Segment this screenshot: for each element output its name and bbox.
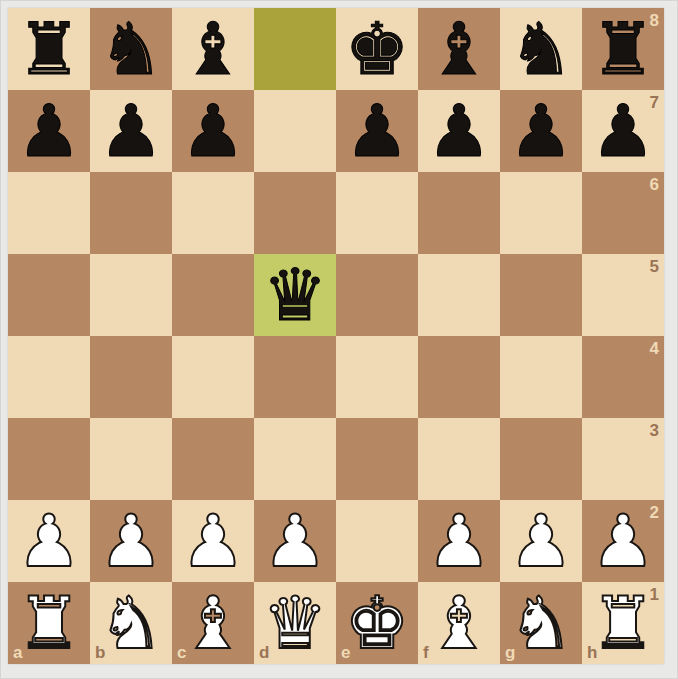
square-e8[interactable]: ♚ xyxy=(336,8,418,90)
square-a6[interactable] xyxy=(8,172,90,254)
piece-black-pawn[interactable]: ♟ xyxy=(99,90,164,172)
rank-label-4: 4 xyxy=(650,340,659,357)
square-c2[interactable]: ♟ xyxy=(172,500,254,582)
piece-black-pawn[interactable]: ♟ xyxy=(509,90,574,172)
rank-label-6: 6 xyxy=(650,176,659,193)
square-a1[interactable]: ♜a xyxy=(8,582,90,664)
square-c1[interactable]: ♝c xyxy=(172,582,254,664)
square-c6[interactable] xyxy=(172,172,254,254)
square-h7[interactable]: ♟7 xyxy=(582,90,664,172)
piece-black-pawn[interactable]: ♟ xyxy=(591,90,656,172)
piece-white-bishop[interactable]: ♝ xyxy=(427,582,492,664)
square-a3[interactable] xyxy=(8,418,90,500)
square-c5[interactable] xyxy=(172,254,254,336)
piece-white-knight[interactable]: ♞ xyxy=(509,582,574,664)
square-d7[interactable] xyxy=(254,90,336,172)
square-h8[interactable]: ♜8 xyxy=(582,8,664,90)
square-d4[interactable] xyxy=(254,336,336,418)
piece-white-queen[interactable]: ♛ xyxy=(263,582,328,664)
square-f8[interactable]: ♝ xyxy=(418,8,500,90)
square-b7[interactable]: ♟ xyxy=(90,90,172,172)
piece-white-rook[interactable]: ♜ xyxy=(591,582,656,664)
square-b2[interactable]: ♟ xyxy=(90,500,172,582)
square-e3[interactable] xyxy=(336,418,418,500)
square-f5[interactable] xyxy=(418,254,500,336)
square-g6[interactable] xyxy=(500,172,582,254)
square-e1[interactable]: ♚e xyxy=(336,582,418,664)
square-f1[interactable]: ♝f xyxy=(418,582,500,664)
square-f7[interactable]: ♟ xyxy=(418,90,500,172)
square-d1[interactable]: ♛d xyxy=(254,582,336,664)
square-b4[interactable] xyxy=(90,336,172,418)
square-b3[interactable] xyxy=(90,418,172,500)
square-c8[interactable]: ♝ xyxy=(172,8,254,90)
square-g3[interactable] xyxy=(500,418,582,500)
piece-white-pawn[interactable]: ♟ xyxy=(509,500,574,582)
piece-black-bishop[interactable]: ♝ xyxy=(427,8,492,90)
square-f4[interactable] xyxy=(418,336,500,418)
square-c3[interactable] xyxy=(172,418,254,500)
square-e2[interactable] xyxy=(336,500,418,582)
square-d5[interactable]: ♛ xyxy=(254,254,336,336)
square-b8[interactable]: ♞ xyxy=(90,8,172,90)
piece-black-pawn[interactable]: ♟ xyxy=(17,90,82,172)
piece-black-bishop[interactable]: ♝ xyxy=(181,8,246,90)
square-f3[interactable] xyxy=(418,418,500,500)
square-g7[interactable]: ♟ xyxy=(500,90,582,172)
square-e4[interactable] xyxy=(336,336,418,418)
piece-black-pawn[interactable]: ♟ xyxy=(345,90,410,172)
square-a8[interactable]: ♜ xyxy=(8,8,90,90)
square-g1[interactable]: ♞g xyxy=(500,582,582,664)
piece-white-pawn[interactable]: ♟ xyxy=(99,500,164,582)
square-e5[interactable] xyxy=(336,254,418,336)
square-d3[interactable] xyxy=(254,418,336,500)
square-d6[interactable] xyxy=(254,172,336,254)
square-f2[interactable]: ♟ xyxy=(418,500,500,582)
square-c4[interactable] xyxy=(172,336,254,418)
square-h6[interactable]: 6 xyxy=(582,172,664,254)
piece-black-king[interactable]: ♚ xyxy=(345,8,410,90)
piece-white-rook[interactable]: ♜ xyxy=(17,582,82,664)
piece-black-knight[interactable]: ♞ xyxy=(509,8,574,90)
square-e6[interactable] xyxy=(336,172,418,254)
square-g8[interactable]: ♞ xyxy=(500,8,582,90)
piece-white-pawn[interactable]: ♟ xyxy=(263,500,328,582)
chess-board: ♜♞♝♚♝♞♜8♟♟♟♟♟♟♟76♛543♟♟♟♟♟♟♟2♜a♞b♝c♛d♚e♝… xyxy=(8,8,664,664)
square-e7[interactable]: ♟ xyxy=(336,90,418,172)
square-h5[interactable]: 5 xyxy=(582,254,664,336)
square-g5[interactable] xyxy=(500,254,582,336)
square-c7[interactable]: ♟ xyxy=(172,90,254,172)
piece-black-pawn[interactable]: ♟ xyxy=(427,90,492,172)
square-d2[interactable]: ♟ xyxy=(254,500,336,582)
square-h2[interactable]: ♟2 xyxy=(582,500,664,582)
page-frame: ♜♞♝♚♝♞♜8♟♟♟♟♟♟♟76♛543♟♟♟♟♟♟♟2♜a♞b♝c♛d♚e♝… xyxy=(0,0,678,679)
square-g2[interactable]: ♟ xyxy=(500,500,582,582)
square-b6[interactable] xyxy=(90,172,172,254)
square-h3[interactable]: 3 xyxy=(582,418,664,500)
square-h4[interactable]: 4 xyxy=(582,336,664,418)
piece-white-bishop[interactable]: ♝ xyxy=(181,582,246,664)
piece-white-pawn[interactable]: ♟ xyxy=(181,500,246,582)
piece-white-pawn[interactable]: ♟ xyxy=(17,500,82,582)
piece-black-rook[interactable]: ♜ xyxy=(591,8,656,90)
square-a5[interactable] xyxy=(8,254,90,336)
square-a2[interactable]: ♟ xyxy=(8,500,90,582)
square-d8[interactable] xyxy=(254,8,336,90)
square-b1[interactable]: ♞b xyxy=(90,582,172,664)
piece-black-queen[interactable]: ♛ xyxy=(263,254,328,336)
square-a4[interactable] xyxy=(8,336,90,418)
piece-white-pawn[interactable]: ♟ xyxy=(591,500,656,582)
square-b5[interactable] xyxy=(90,254,172,336)
square-h1[interactable]: ♜1h xyxy=(582,582,664,664)
piece-black-rook[interactable]: ♜ xyxy=(17,8,82,90)
square-g4[interactable] xyxy=(500,336,582,418)
piece-white-king[interactable]: ♚ xyxy=(345,582,410,664)
square-f6[interactable] xyxy=(418,172,500,254)
rank-label-3: 3 xyxy=(650,422,659,439)
piece-white-knight[interactable]: ♞ xyxy=(99,582,164,664)
piece-white-pawn[interactable]: ♟ xyxy=(427,500,492,582)
piece-black-pawn[interactable]: ♟ xyxy=(181,90,246,172)
piece-black-knight[interactable]: ♞ xyxy=(99,8,164,90)
square-a7[interactable]: ♟ xyxy=(8,90,90,172)
rank-label-5: 5 xyxy=(650,258,659,275)
